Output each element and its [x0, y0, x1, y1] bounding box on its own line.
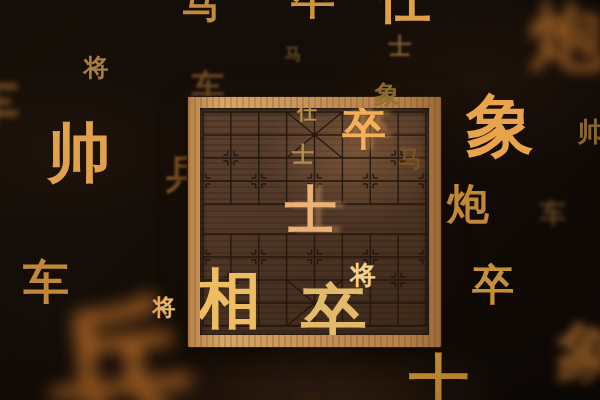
- floating-glyph-zu-top-center: 卒: [291, 0, 335, 20]
- floating-glyph-che-faint-right: 车: [540, 200, 566, 226]
- floating-glyph-shuai-right-edge: 帅: [578, 118, 600, 145]
- floating-glyph-shi-on-board-small: 士: [292, 143, 314, 165]
- floating-glyph-ma-on-board-faint: 马: [398, 147, 422, 171]
- floating-glyph-xiang-large-right: 象: [466, 91, 534, 159]
- floating-glyph-che-left-edge: 车: [0, 78, 19, 128]
- floating-glyph-shi-bottom-right: 士: [409, 352, 469, 400]
- board-glyph-overlay: 仕士卒马士相将卒: [200, 108, 429, 335]
- floating-glyph-shuai-left: 帅: [47, 121, 111, 185]
- floating-glyph-shi4-top-right: 仕: [376, 0, 432, 24]
- floating-glyph-xiang-small-right: 象: [375, 82, 400, 107]
- floating-glyph-jiang-upper-left: 将: [84, 55, 109, 80]
- floating-glyph-pao-top-right-blur: 炮: [530, 0, 600, 74]
- floating-glyph-pao-right: 炮: [447, 183, 489, 225]
- floating-glyph-ma-top-center: 马: [182, 0, 220, 24]
- floating-glyph-shi4-on-board: 仕: [297, 108, 317, 122]
- floating-glyph-xiang-on-board: 相: [200, 267, 261, 331]
- xiangqi-wallpaper-scene: 仕士卒马士相将卒 车兵兵马将帅马卒仕士象象帅炮车卒士车将车炮象兵: [0, 0, 600, 400]
- floating-glyph-shi-upper-right: 士: [389, 34, 412, 57]
- floating-glyph-shi-on-board-large: 士: [285, 184, 337, 236]
- floating-glyph-zu-on-board-bright: 卒: [342, 108, 386, 151]
- floating-glyph-zu-lower-right: 卒: [472, 264, 514, 306]
- floating-glyph-zu-on-board-large: 卒: [301, 282, 367, 335]
- floating-glyph-ma-small-upper-mid: 马: [285, 46, 302, 63]
- floating-glyph-xiang-bottom-right-blur: 象: [556, 320, 600, 384]
- floating-glyph-bing-bottom-left-blur: 兵: [40, 288, 199, 400]
- xiangqi-board: 仕士卒马士相将卒: [187, 96, 442, 348]
